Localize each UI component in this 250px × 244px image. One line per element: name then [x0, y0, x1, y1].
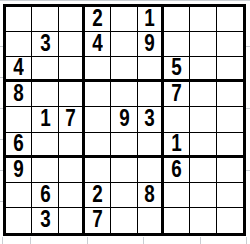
cell-r3c1[interactable]: 4	[6, 57, 32, 82]
cell-r1c6[interactable]: 1	[138, 7, 164, 32]
cell-r1c9[interactable]	[217, 7, 243, 32]
given-digit: 4	[92, 32, 102, 55]
sheet-gridline	[246, 170, 250, 171]
cell-r2c9[interactable]	[217, 32, 243, 57]
cell-r8c6[interactable]: 8	[138, 183, 164, 208]
cell-r9c1[interactable]	[6, 208, 32, 233]
given-digit: 6	[171, 158, 181, 181]
given-digit: 2	[92, 7, 102, 30]
cell-r7c9[interactable]	[217, 158, 243, 183]
given-digit: 8	[13, 82, 23, 105]
cell-r8c7[interactable]	[164, 183, 190, 208]
given-digit: 1	[171, 132, 181, 155]
cell-r4c2[interactable]	[32, 82, 58, 107]
cell-r3c3[interactable]	[59, 57, 85, 82]
cell-r3c6[interactable]	[138, 57, 164, 82]
cell-r7c7[interactable]: 6	[164, 158, 190, 183]
cell-r2c4[interactable]: 4	[85, 32, 111, 57]
cell-r9c8[interactable]	[190, 208, 216, 233]
cell-r8c3[interactable]	[59, 183, 85, 208]
sheet-gridline	[246, 237, 247, 244]
cell-r1c4[interactable]: 2	[85, 7, 111, 32]
cell-r6c7[interactable]: 1	[164, 133, 190, 158]
cell-r4c4[interactable]	[85, 82, 111, 107]
sheet-gridline	[0, 0, 250, 1]
cell-r7c3[interactable]	[59, 158, 85, 183]
cell-r3c2[interactable]	[32, 57, 58, 82]
cell-r1c2[interactable]	[32, 7, 58, 32]
cell-r5c8[interactable]	[190, 107, 216, 132]
cell-r8c1[interactable]	[6, 183, 32, 208]
cell-r4c9[interactable]	[217, 82, 243, 107]
cell-r2c8[interactable]	[190, 32, 216, 57]
sheet-gridline	[200, 237, 201, 244]
cell-r3c4[interactable]	[85, 57, 111, 82]
cell-r6c4[interactable]	[85, 133, 111, 158]
cell-r2c3[interactable]	[59, 32, 85, 57]
given-digit: 5	[171, 56, 181, 79]
cell-r6c9[interactable]	[217, 133, 243, 158]
cell-r7c2[interactable]	[32, 158, 58, 183]
cell-r9c6[interactable]	[138, 208, 164, 233]
given-digit: 3	[144, 107, 154, 130]
cell-r2c2[interactable]: 3	[32, 32, 58, 57]
given-digit: 8	[144, 183, 154, 206]
cell-r2c6[interactable]: 9	[138, 32, 164, 57]
cell-r6c5[interactable]	[111, 133, 137, 158]
cell-r8c2[interactable]: 6	[32, 183, 58, 208]
cell-r5c5[interactable]: 9	[111, 107, 137, 132]
cell-r6c2[interactable]	[32, 133, 58, 158]
cell-r6c3[interactable]	[59, 133, 85, 158]
cell-r4c6[interactable]	[138, 82, 164, 107]
cell-r1c5[interactable]	[111, 7, 137, 32]
cell-r4c7[interactable]: 7	[164, 82, 190, 107]
cell-r8c8[interactable]	[190, 183, 216, 208]
given-digit: 7	[171, 82, 181, 105]
cell-r8c5[interactable]	[111, 183, 137, 208]
cell-r3c5[interactable]	[111, 57, 137, 82]
cell-r4c8[interactable]	[190, 82, 216, 107]
given-digit: 9	[13, 158, 23, 181]
cell-r4c1[interactable]: 8	[6, 82, 32, 107]
sheet-gridline	[30, 237, 31, 244]
cell-r7c5[interactable]	[111, 158, 137, 183]
given-digit: 7	[92, 208, 102, 231]
cell-r8c4[interactable]: 2	[85, 183, 111, 208]
cell-r9c5[interactable]	[111, 208, 137, 233]
given-digit: 1	[144, 7, 154, 30]
cell-r7c6[interactable]	[138, 158, 164, 183]
given-digit: 4	[13, 56, 23, 79]
given-digit: 7	[65, 107, 75, 130]
given-digit: 2	[92, 183, 102, 206]
sudoku-screenshot: 2134945871793619662837	[0, 0, 250, 244]
given-digit: 3	[40, 32, 50, 55]
cell-r9c7[interactable]	[164, 208, 190, 233]
cell-r1c7[interactable]	[164, 7, 190, 32]
given-digit: 9	[119, 107, 129, 130]
cell-r6c1[interactable]: 6	[6, 133, 32, 158]
cell-r1c1[interactable]	[6, 7, 32, 32]
sheet-gridline	[246, 46, 250, 47]
cell-r6c6[interactable]	[138, 133, 164, 158]
sudoku-board: 2134945871793619662837	[3, 4, 246, 236]
cell-r2c5[interactable]	[111, 32, 137, 57]
sheet-gridline	[2, 237, 3, 244]
cell-r3c8[interactable]	[190, 57, 216, 82]
cell-r4c3[interactable]	[59, 82, 85, 107]
cell-r7c8[interactable]	[190, 158, 216, 183]
cell-r7c1[interactable]: 9	[6, 158, 32, 183]
cell-r9c4[interactable]: 7	[85, 208, 111, 233]
given-digit: 9	[144, 32, 154, 55]
cell-r3c7[interactable]: 5	[164, 57, 190, 82]
cell-r5c2[interactable]: 1	[32, 107, 58, 132]
cell-r6c8[interactable]	[190, 133, 216, 158]
cell-r1c8[interactable]	[190, 7, 216, 32]
cell-r9c9[interactable]	[217, 208, 243, 233]
cell-r8c9[interactable]	[217, 183, 243, 208]
cell-r5c3[interactable]: 7	[59, 107, 85, 132]
sheet-gridline	[143, 237, 144, 244]
cell-r9c2[interactable]: 3	[32, 208, 58, 233]
given-digit: 1	[40, 107, 50, 130]
cell-r5c9[interactable]	[217, 107, 243, 132]
sheet-gridline	[87, 237, 88, 244]
cell-r5c4[interactable]	[85, 107, 111, 132]
given-digit: 3	[40, 208, 50, 231]
given-digit: 6	[40, 183, 50, 206]
cell-r3c9[interactable]	[217, 57, 243, 82]
sheet-gridline	[246, 108, 250, 109]
cell-r1c3[interactable]	[59, 7, 85, 32]
cell-r9c3[interactable]	[59, 208, 85, 233]
cell-r5c6[interactable]: 3	[138, 107, 164, 132]
cell-r4c5[interactable]	[111, 82, 137, 107]
given-digit: 6	[13, 132, 23, 155]
cell-r7c4[interactable]	[85, 158, 111, 183]
